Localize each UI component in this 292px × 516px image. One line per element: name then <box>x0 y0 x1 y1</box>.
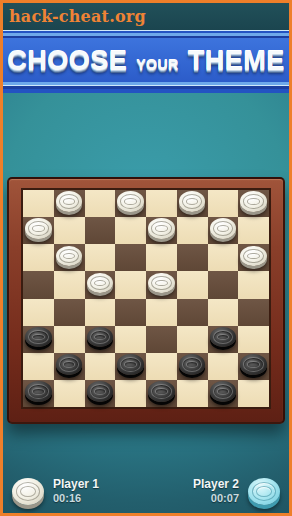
player2-piece-icon <box>248 478 280 505</box>
board-square[interactable] <box>85 380 116 407</box>
checker-piece-white[interactable] <box>179 191 205 212</box>
checker-piece-white[interactable] <box>210 218 236 239</box>
board-square <box>146 353 177 380</box>
board-square <box>115 217 146 244</box>
checker-piece-black[interactable] <box>148 381 174 402</box>
board-square <box>238 380 269 407</box>
banner-word-theme: THEME <box>188 46 285 77</box>
board-square[interactable] <box>238 299 269 326</box>
checker-piece-black[interactable] <box>117 354 143 375</box>
board-square <box>146 244 177 271</box>
player1-panel: Player 1 00:16 <box>12 477 99 506</box>
checker-piece-black[interactable] <box>25 327 51 348</box>
checker-piece-white[interactable] <box>117 191 143 212</box>
checker-piece-black[interactable] <box>210 381 236 402</box>
board-square[interactable] <box>85 217 116 244</box>
checker-piece-black[interactable] <box>240 354 266 375</box>
board-square <box>146 190 177 217</box>
player2-name: Player 2 <box>193 477 239 492</box>
watermark-bar: hack-cheat.org <box>3 3 289 30</box>
board-square <box>177 271 208 298</box>
checker-piece-black[interactable] <box>87 381 113 402</box>
banner-word-your: YOUR <box>136 57 178 73</box>
board-square[interactable] <box>85 271 116 298</box>
board-square <box>208 353 239 380</box>
board-square <box>54 326 85 353</box>
board-square <box>85 299 116 326</box>
board-square <box>23 299 54 326</box>
board-square <box>238 217 269 244</box>
board-square[interactable] <box>238 244 269 271</box>
checker-piece-white[interactable] <box>240 246 266 267</box>
board-square[interactable] <box>115 353 146 380</box>
checker-piece-white[interactable] <box>148 273 174 294</box>
board-square[interactable] <box>54 353 85 380</box>
board-square[interactable] <box>54 244 85 271</box>
player2-timer: 00:07 <box>211 492 239 506</box>
checker-piece-black[interactable] <box>87 327 113 348</box>
board-square[interactable] <box>85 326 116 353</box>
board-square[interactable] <box>54 190 85 217</box>
board-square <box>115 326 146 353</box>
board-square[interactable] <box>238 353 269 380</box>
board-square <box>146 299 177 326</box>
board-square <box>177 326 208 353</box>
board-square <box>208 299 239 326</box>
board-square <box>85 190 116 217</box>
board-square <box>54 271 85 298</box>
checker-piece-white[interactable] <box>148 218 174 239</box>
board-square[interactable] <box>208 271 239 298</box>
board-square[interactable] <box>54 299 85 326</box>
board-square <box>238 271 269 298</box>
watermark-text: hack-cheat.org <box>9 7 146 26</box>
board-square[interactable] <box>23 326 54 353</box>
board-square <box>23 353 54 380</box>
board-square[interactable] <box>23 271 54 298</box>
board-square[interactable] <box>146 380 177 407</box>
app-screen: hack-cheat.org CHOOSE YOUR THEME Player … <box>0 0 292 516</box>
checker-piece-black[interactable] <box>210 327 236 348</box>
board-square <box>177 380 208 407</box>
board-square <box>208 244 239 271</box>
banner-word-choose: CHOOSE <box>7 46 127 77</box>
board-square[interactable] <box>23 217 54 244</box>
board-square[interactable] <box>238 190 269 217</box>
board-square[interactable] <box>23 380 54 407</box>
board-square[interactable] <box>208 217 239 244</box>
player1-name: Player 1 <box>53 477 99 492</box>
board-square[interactable] <box>177 299 208 326</box>
board-square[interactable] <box>177 244 208 271</box>
board-square[interactable] <box>115 299 146 326</box>
checker-piece-white[interactable] <box>56 191 82 212</box>
board-square[interactable] <box>177 190 208 217</box>
board-square[interactable] <box>146 326 177 353</box>
board-square[interactable] <box>208 326 239 353</box>
board-square <box>115 271 146 298</box>
board-square <box>54 380 85 407</box>
theme-banner: CHOOSE YOUR THEME <box>3 30 289 93</box>
checker-piece-white[interactable] <box>56 246 82 267</box>
player1-piece-icon <box>12 478 44 505</box>
player-bar: Player 1 00:16 Player 2 00:07 <box>3 477 289 513</box>
checker-piece-black[interactable] <box>179 354 205 375</box>
board-square <box>208 190 239 217</box>
board-square[interactable] <box>146 217 177 244</box>
board-square[interactable] <box>115 190 146 217</box>
board-square <box>23 244 54 271</box>
board-grid <box>21 188 271 409</box>
board-square <box>115 380 146 407</box>
board-square <box>85 353 116 380</box>
board-square <box>85 244 116 271</box>
player1-timer: 00:16 <box>53 492 99 506</box>
board-square[interactable] <box>177 353 208 380</box>
checker-piece-white[interactable] <box>240 191 266 212</box>
board-square[interactable] <box>146 271 177 298</box>
checker-piece-black[interactable] <box>25 381 51 402</box>
board-square <box>177 217 208 244</box>
checker-piece-white[interactable] <box>87 273 113 294</box>
game-stage: Player 1 00:16 Player 2 00:07 <box>3 93 289 513</box>
checker-piece-black[interactable] <box>56 354 82 375</box>
checkers-board <box>7 177 285 424</box>
player2-panel: Player 2 00:07 <box>193 477 280 506</box>
board-square[interactable] <box>208 380 239 407</box>
board-square <box>238 326 269 353</box>
board-square <box>23 190 54 217</box>
checker-piece-white[interactable] <box>25 218 51 239</box>
board-square[interactable] <box>115 244 146 271</box>
board-square <box>54 217 85 244</box>
